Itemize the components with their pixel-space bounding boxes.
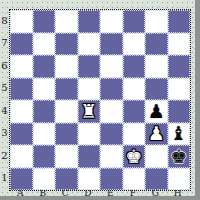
white-pawn[interactable]: ♟	[148, 124, 165, 143]
square-d3[interactable]	[78, 123, 101, 146]
square-a3[interactable]	[10, 123, 33, 146]
square-h2[interactable]: ♚	[168, 145, 191, 168]
chess-board: ♜♟♟♝♚♚	[9, 9, 191, 191]
square-h1[interactable]	[168, 168, 191, 191]
square-a4[interactable]	[10, 100, 33, 123]
square-h4[interactable]	[168, 100, 191, 123]
square-a8[interactable]	[10, 10, 33, 33]
white-king[interactable]: ♚	[125, 147, 142, 166]
square-b6[interactable]	[33, 55, 56, 78]
square-g1[interactable]	[145, 168, 168, 191]
square-b4[interactable]	[33, 100, 56, 123]
square-h7[interactable]	[168, 33, 191, 56]
rank-label-2: 2	[0, 144, 9, 167]
frame-bevel-bottom	[0, 196, 200, 200]
rank-label-6: 6	[0, 54, 9, 77]
rank-label-8: 8	[0, 9, 9, 32]
square-b8[interactable]	[33, 10, 56, 33]
square-c3[interactable]	[55, 123, 78, 146]
square-f7[interactable]	[123, 33, 146, 56]
square-d7[interactable]	[78, 33, 101, 56]
frame-bevel-right	[195, 0, 200, 200]
square-b3[interactable]	[33, 123, 56, 146]
square-e8[interactable]	[100, 10, 123, 33]
square-b5[interactable]	[33, 78, 56, 101]
square-f8[interactable]	[123, 10, 146, 33]
rank-label-5: 5	[0, 77, 9, 100]
square-h5[interactable]	[168, 78, 191, 101]
square-b1[interactable]	[33, 168, 56, 191]
square-c7[interactable]	[55, 33, 78, 56]
square-d6[interactable]	[78, 55, 101, 78]
square-e6[interactable]	[100, 55, 123, 78]
square-a5[interactable]	[10, 78, 33, 101]
square-a1[interactable]	[10, 168, 33, 191]
square-e2[interactable]	[100, 145, 123, 168]
square-g3[interactable]: ♟	[145, 123, 168, 146]
square-f2[interactable]: ♚	[123, 145, 146, 168]
square-g8[interactable]	[145, 10, 168, 33]
rank-label-7: 7	[0, 32, 9, 55]
rank-label-3: 3	[0, 122, 9, 145]
square-d8[interactable]	[78, 10, 101, 33]
chess-diagram: 87654321 ABCDEFGH ♜♟♟♝♚♚	[0, 0, 200, 200]
square-d5[interactable]	[78, 78, 101, 101]
square-f3[interactable]	[123, 123, 146, 146]
square-d1[interactable]	[78, 168, 101, 191]
square-h8[interactable]	[168, 10, 191, 33]
square-e7[interactable]	[100, 33, 123, 56]
square-e4[interactable]	[100, 100, 123, 123]
square-a7[interactable]	[10, 33, 33, 56]
square-g7[interactable]	[145, 33, 168, 56]
square-b2[interactable]	[33, 145, 56, 168]
square-f5[interactable]	[123, 78, 146, 101]
square-g5[interactable]	[145, 78, 168, 101]
square-c6[interactable]	[55, 55, 78, 78]
square-c2[interactable]	[55, 145, 78, 168]
square-a6[interactable]	[10, 55, 33, 78]
square-b7[interactable]	[33, 33, 56, 56]
square-c1[interactable]	[55, 168, 78, 191]
square-f4[interactable]	[123, 100, 146, 123]
rank-label-4: 4	[0, 99, 9, 122]
square-d2[interactable]	[78, 145, 101, 168]
square-c5[interactable]	[55, 78, 78, 101]
square-e3[interactable]	[100, 123, 123, 146]
black-bishop[interactable]: ♝	[170, 124, 187, 143]
square-h6[interactable]	[168, 55, 191, 78]
black-king[interactable]: ♚	[170, 147, 187, 166]
square-f1[interactable]	[123, 168, 146, 191]
square-e1[interactable]	[100, 168, 123, 191]
square-g2[interactable]	[145, 145, 168, 168]
square-f6[interactable]	[123, 55, 146, 78]
square-c4[interactable]	[55, 100, 78, 123]
rank-labels: 87654321	[0, 9, 9, 189]
square-e5[interactable]	[100, 78, 123, 101]
white-rook[interactable]: ♜	[80, 102, 97, 121]
square-c8[interactable]	[55, 10, 78, 33]
square-h3[interactable]: ♝	[168, 123, 191, 146]
black-pawn[interactable]: ♟	[148, 102, 165, 121]
rank-label-1: 1	[0, 167, 9, 190]
square-g6[interactable]	[145, 55, 168, 78]
square-g4[interactable]: ♟	[145, 100, 168, 123]
square-a2[interactable]	[10, 145, 33, 168]
square-d4[interactable]: ♜	[78, 100, 101, 123]
